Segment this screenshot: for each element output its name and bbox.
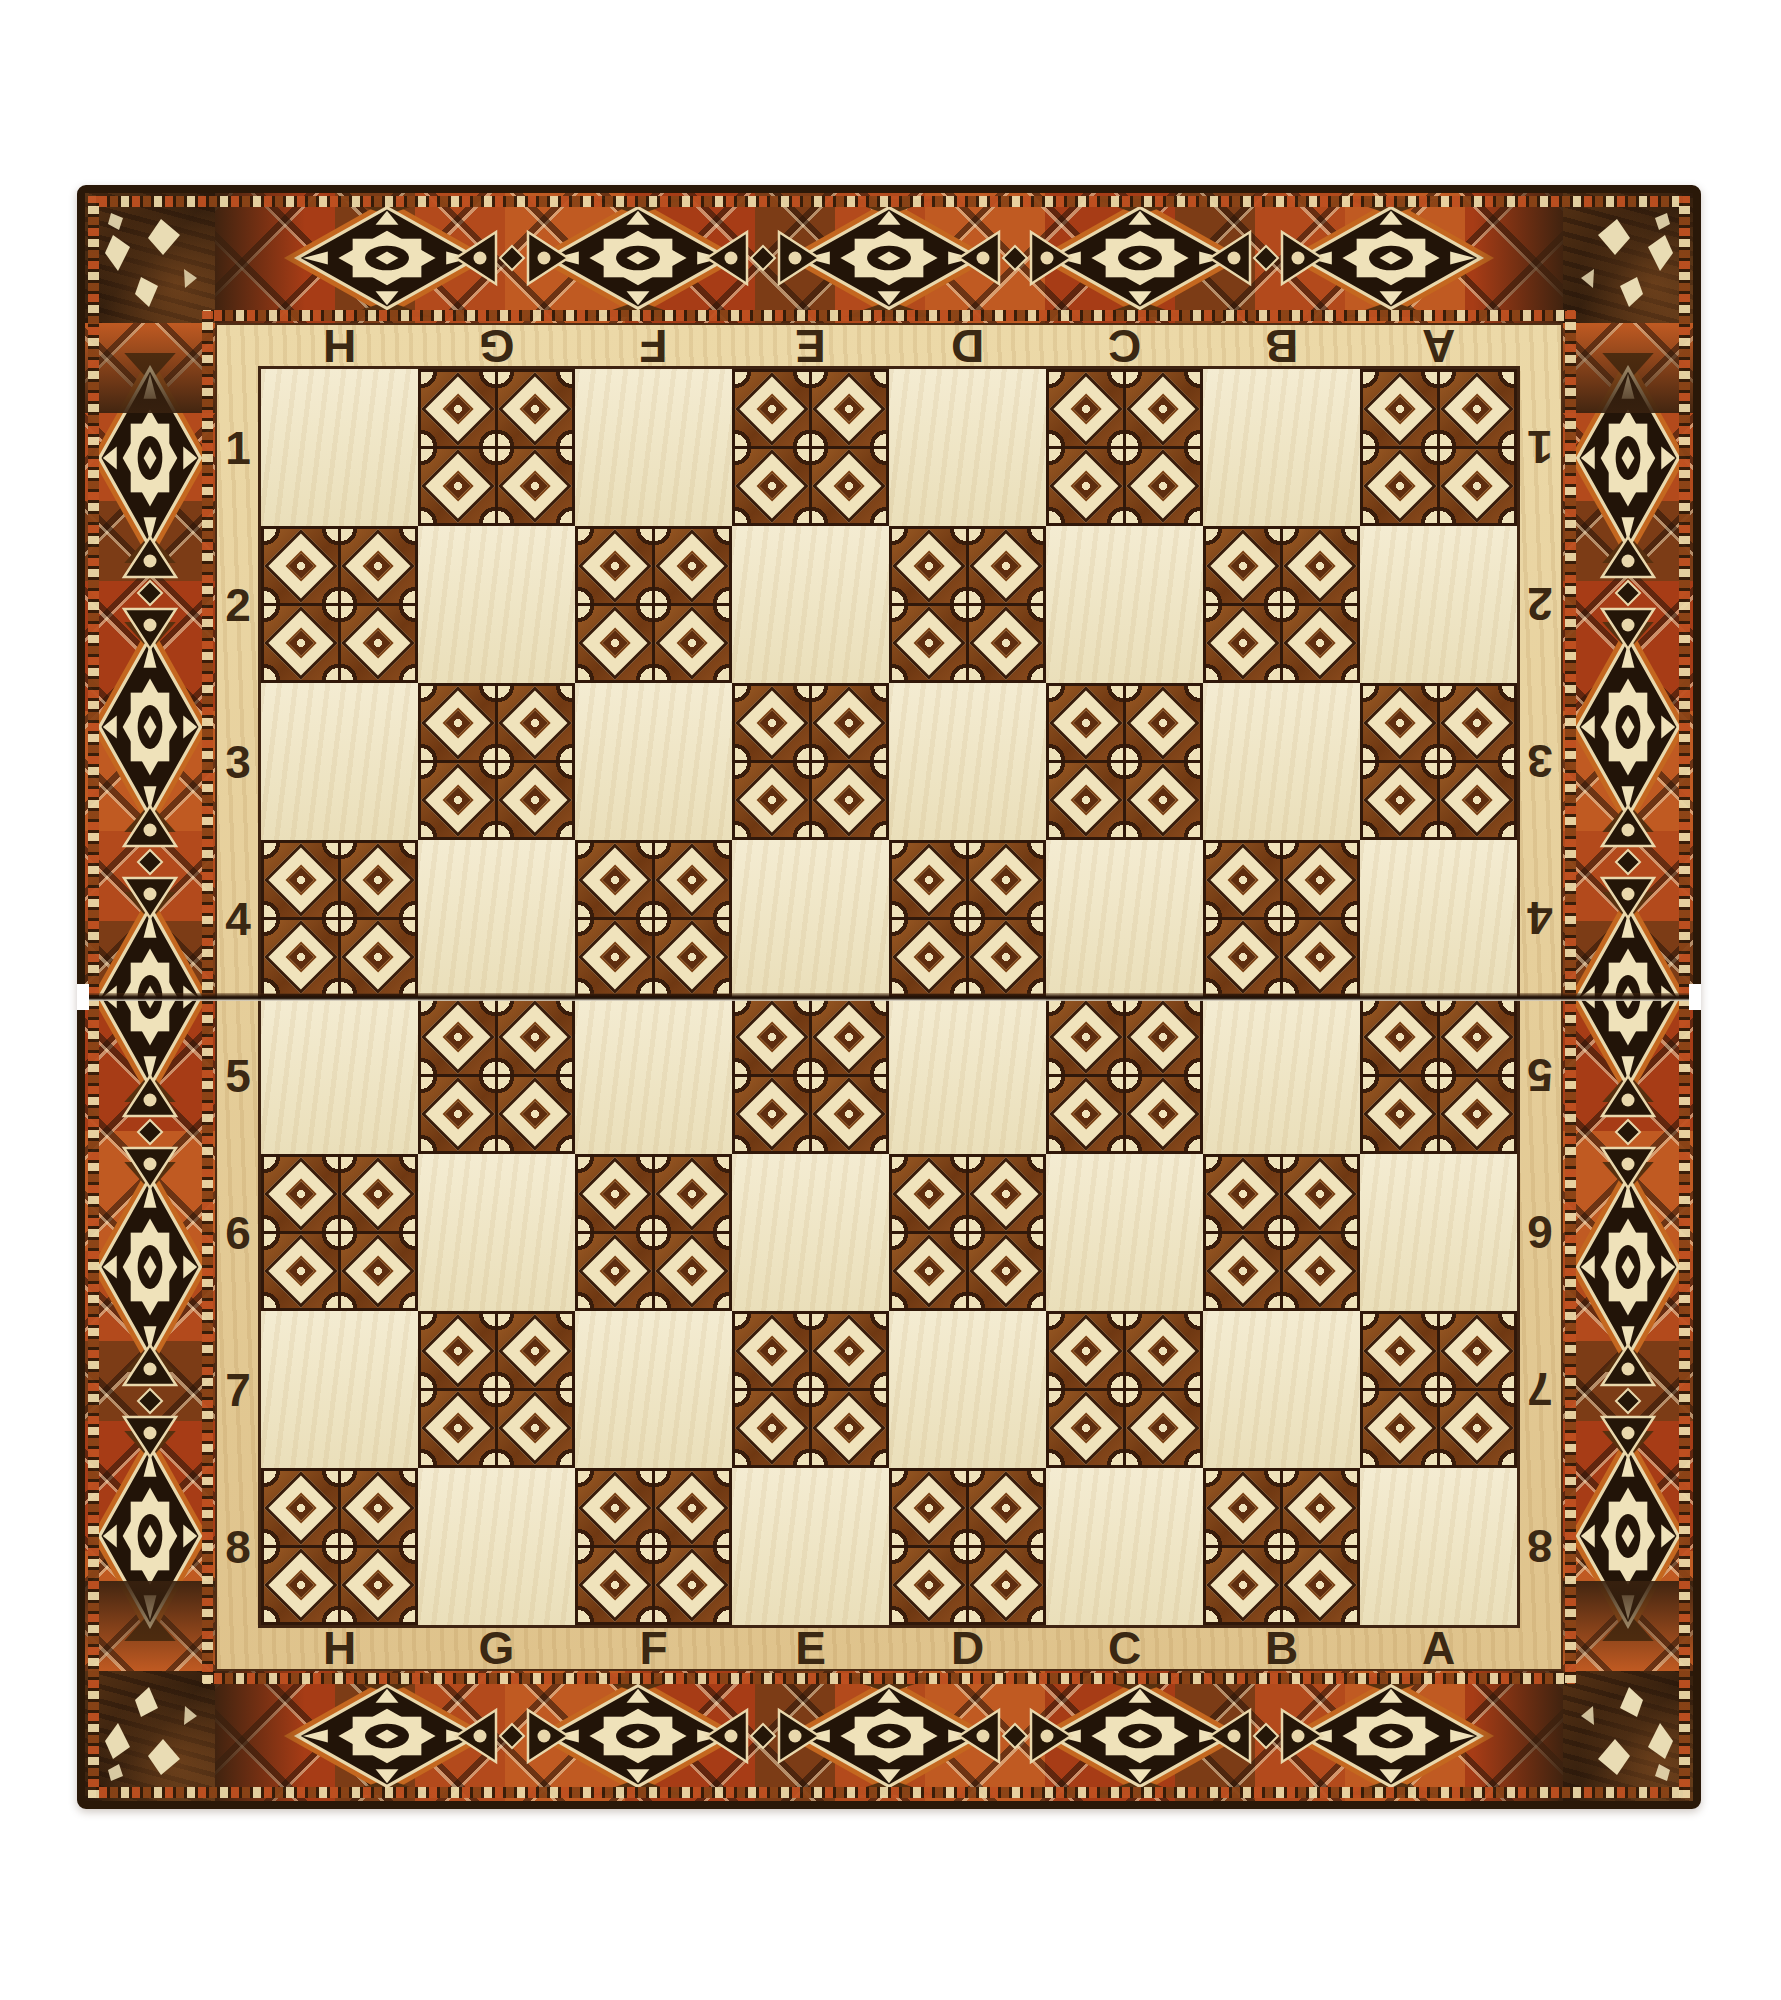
border-ruler-band [88, 196, 1690, 207]
mosaic-tile [1440, 1391, 1514, 1465]
diamond-accent [452, 223, 572, 293]
mosaic-tile [1283, 606, 1357, 680]
mosaic-tile [969, 920, 1043, 994]
mosaic-tile [1440, 1314, 1514, 1388]
square-g1[interactable] [418, 369, 575, 526]
mosaic-tile [1206, 1234, 1280, 1308]
mosaic-tile [1363, 1000, 1437, 1074]
mosaic-tile [1206, 606, 1280, 680]
mosaic-tile [421, 449, 495, 523]
fold-seam [77, 993, 1701, 1001]
mosaic-tile [892, 1471, 966, 1545]
mosaic-tile [578, 529, 652, 603]
mosaic-tile [578, 606, 652, 680]
mosaic-tile [655, 1234, 729, 1308]
square-d2[interactable] [889, 526, 1046, 683]
rank-label-right-1: 1 [1517, 369, 1563, 526]
mosaic-tile [812, 1314, 886, 1388]
mosaic-tile [1206, 843, 1280, 917]
mosaic-tile [1049, 1000, 1123, 1074]
mosaic-tile [969, 843, 1043, 917]
page: HGFEDCBA HGFEDCBA 12345678 12345678 [0, 0, 1781, 2000]
square-e4[interactable] [732, 840, 889, 997]
square-c3[interactable] [1046, 683, 1203, 840]
file-label-top-a: A [1360, 323, 1517, 369]
file-label-bottom-a: A [1360, 1625, 1517, 1671]
square-c8[interactable] [1046, 1468, 1203, 1625]
mosaic-tile [1283, 1471, 1357, 1545]
mosaic-tile [1283, 1157, 1357, 1231]
mosaic-tile [1206, 920, 1280, 994]
star-medallion [1569, 622, 1687, 832]
corner-extension [85, 323, 215, 413]
rank-label-right-3: 3 [1517, 683, 1563, 840]
square-b7[interactable] [1203, 1311, 1360, 1468]
mosaic-tile [1126, 449, 1200, 523]
mosaic-border-top [85, 193, 1693, 323]
square-g7[interactable] [418, 1311, 575, 1468]
file-label-bottom-b: B [1203, 1625, 1360, 1671]
mosaic-tile [264, 843, 338, 917]
corner-extension [1473, 1671, 1563, 1801]
square-b3[interactable] [1203, 683, 1360, 840]
square-b2[interactable] [1203, 526, 1360, 683]
square-h6[interactable] [261, 1154, 418, 1311]
mosaic-tile [264, 606, 338, 680]
file-label-top-f: F [575, 323, 732, 369]
mosaic-tile [1363, 1077, 1437, 1151]
square-f8[interactable] [575, 1468, 732, 1625]
file-label-bottom-e: E [732, 1625, 889, 1671]
square-b5[interactable] [1203, 997, 1360, 1154]
mosaic-tile [1440, 372, 1514, 446]
square-e7[interactable] [732, 1311, 889, 1468]
mosaic-tile [578, 1548, 652, 1622]
mosaic-tile [1049, 1391, 1123, 1465]
mosaic-tile [1049, 1077, 1123, 1151]
file-label-top-h: H [261, 323, 418, 369]
corner-extension [1473, 193, 1563, 323]
corner-ornament-ne [1563, 193, 1693, 323]
mosaic-tile [969, 1234, 1043, 1308]
mosaic-tile [498, 1000, 572, 1074]
mosaic-tile [578, 1234, 652, 1308]
square-a1[interactable] [1360, 369, 1517, 526]
corner-ornament-se [1563, 1671, 1693, 1801]
square-d5[interactable] [889, 997, 1046, 1154]
mosaic-tile [1283, 1234, 1357, 1308]
mosaic-tile [812, 763, 886, 837]
mosaic-tile [1440, 1077, 1514, 1151]
mosaic-tile [969, 606, 1043, 680]
mosaic-tile [341, 1471, 415, 1545]
mosaic-tile [421, 1391, 495, 1465]
file-label-top-b: B [1203, 323, 1360, 369]
mosaic-tile [264, 1548, 338, 1622]
square-a8[interactable] [1360, 1468, 1517, 1625]
mosaic-tile [264, 1471, 338, 1545]
chess-board: HGFEDCBA HGFEDCBA 12345678 12345678 [77, 185, 1701, 1809]
diamond-accent [115, 802, 185, 922]
rank-label-left-6: 6 [215, 1154, 261, 1311]
mosaic-tile [969, 1157, 1043, 1231]
square-e6[interactable] [732, 1154, 889, 1311]
mosaic-tile [341, 1234, 415, 1308]
diamond-accent [1206, 223, 1326, 293]
mosaic-tile [1206, 529, 1280, 603]
mosaic-tile [1126, 1391, 1200, 1465]
square-b1[interactable] [1203, 369, 1360, 526]
rank-label-left-2: 2 [215, 526, 261, 683]
mosaic-tile [812, 686, 886, 760]
mosaic-tile [1283, 529, 1357, 603]
mosaic-tile [1440, 686, 1514, 760]
rank-label-right-2: 2 [1517, 526, 1563, 683]
file-label-bottom-d: D [889, 1625, 1046, 1671]
mosaic-tile [1049, 763, 1123, 837]
mosaic-tile [1363, 449, 1437, 523]
square-c1[interactable] [1046, 369, 1203, 526]
file-label-top-c: C [1046, 323, 1203, 369]
rank-label-left-8: 8 [215, 1468, 261, 1625]
diamond-accent [115, 533, 185, 653]
mosaic-tile [892, 606, 966, 680]
square-e3[interactable] [732, 683, 889, 840]
square-e5[interactable] [732, 997, 889, 1154]
square-d8[interactable] [889, 1468, 1046, 1625]
rank-label-right-5: 5 [1517, 997, 1563, 1154]
border-ruler-band [88, 1787, 1690, 1798]
star-medallion [91, 622, 209, 832]
corner-extension [1563, 323, 1693, 413]
file-labels-top: HGFEDCBA [261, 323, 1517, 369]
mosaic-tile [735, 1314, 809, 1388]
square-h5[interactable] [261, 997, 418, 1154]
mosaic-tile [341, 606, 415, 680]
mosaic-tile [421, 1314, 495, 1388]
file-label-top-d: D [889, 323, 1046, 369]
mosaic-tile [1283, 843, 1357, 917]
square-h3[interactable] [261, 683, 418, 840]
mosaic-tile [1283, 1548, 1357, 1622]
mosaic-tile [812, 372, 886, 446]
mosaic-tile [1440, 1000, 1514, 1074]
mosaic-tile [892, 529, 966, 603]
diamond-accent [1593, 1341, 1663, 1461]
mosaic-tile [655, 843, 729, 917]
mosaic-tile [1440, 449, 1514, 523]
mosaic-tile [264, 529, 338, 603]
square-a2[interactable] [1360, 526, 1517, 683]
mosaic-tile [1126, 372, 1200, 446]
mosaic-tile [341, 920, 415, 994]
diamond-accent [115, 1341, 185, 1461]
square-g5[interactable] [418, 997, 575, 1154]
diamond-accent [703, 223, 823, 293]
mosaic-tile [892, 920, 966, 994]
mosaic-tile [1363, 686, 1437, 760]
square-a4[interactable] [1360, 840, 1517, 997]
square-f4[interactable] [575, 840, 732, 997]
square-c7[interactable] [1046, 1311, 1203, 1468]
mosaic-tile [1049, 1314, 1123, 1388]
mosaic-tile [498, 1077, 572, 1151]
mosaic-tile [1206, 1548, 1280, 1622]
mosaic-tile [655, 1548, 729, 1622]
mosaic-tile [969, 1548, 1043, 1622]
mosaic-tile [1126, 1077, 1200, 1151]
mosaic-tile [655, 606, 729, 680]
mosaic-tile [735, 763, 809, 837]
square-a3[interactable] [1360, 683, 1517, 840]
square-b6[interactable] [1203, 1154, 1360, 1311]
mosaic-tile [341, 1548, 415, 1622]
mosaic-tile [421, 372, 495, 446]
mosaic-tile [812, 1077, 886, 1151]
square-d3[interactable] [889, 683, 1046, 840]
mosaic-tile [498, 1314, 572, 1388]
hinge-notch-right [1689, 984, 1701, 1010]
diamond-accent [955, 223, 1075, 293]
square-h8[interactable] [261, 1468, 418, 1625]
mosaic-tile [421, 686, 495, 760]
rank-label-left-1: 1 [215, 369, 261, 526]
mosaic-tile [892, 843, 966, 917]
file-label-bottom-c: C [1046, 1625, 1203, 1671]
square-f5[interactable] [575, 997, 732, 1154]
mosaic-tile [812, 1000, 886, 1074]
square-f7[interactable] [575, 1311, 732, 1468]
rank-label-left-5: 5 [215, 997, 261, 1154]
mosaic-tile [892, 1548, 966, 1622]
rank-label-right-4: 4 [1517, 840, 1563, 997]
square-e2[interactable] [732, 526, 889, 683]
corner-ornament-nw [85, 193, 215, 323]
mosaic-tile [735, 449, 809, 523]
mosaic-tile [812, 1391, 886, 1465]
file-label-bottom-h: H [261, 1625, 418, 1671]
hinge-notch-left [77, 984, 89, 1010]
square-d4[interactable] [889, 840, 1046, 997]
mosaic-tile [655, 1471, 729, 1545]
mosaic-tile [498, 1391, 572, 1465]
corner-extension [85, 1581, 215, 1671]
diamond-accent [452, 1701, 572, 1771]
mosaic-tile [969, 529, 1043, 603]
diamond-accent [703, 1701, 823, 1771]
mosaic-tile [735, 372, 809, 446]
square-c6[interactable] [1046, 1154, 1203, 1311]
square-h4[interactable] [261, 840, 418, 997]
square-d6[interactable] [889, 1154, 1046, 1311]
mosaic-tile [498, 449, 572, 523]
mosaic-tile [421, 763, 495, 837]
mosaic-tile [264, 920, 338, 994]
mosaic-tile [1049, 686, 1123, 760]
diamond-accent [115, 1072, 185, 1192]
mosaic-tile [1126, 686, 1200, 760]
border-ruler-band [203, 1673, 1575, 1684]
file-labels-bottom: HGFEDCBA [261, 1625, 1517, 1671]
mosaic-tile [1049, 372, 1123, 446]
rank-label-right-7: 7 [1517, 1311, 1563, 1468]
rank-label-right-6: 6 [1517, 1154, 1563, 1311]
rank-label-left-4: 4 [215, 840, 261, 997]
file-label-bottom-g: G [418, 1625, 575, 1671]
square-g2[interactable] [418, 526, 575, 683]
square-d7[interactable] [889, 1311, 1046, 1468]
square-g6[interactable] [418, 1154, 575, 1311]
square-f1[interactable] [575, 369, 732, 526]
mosaic-tile [1206, 1157, 1280, 1231]
square-g8[interactable] [418, 1468, 575, 1625]
mosaic-tile [1363, 372, 1437, 446]
mosaic-tile [735, 1077, 809, 1151]
corner-extension [215, 1671, 305, 1801]
square-b8[interactable] [1203, 1468, 1360, 1625]
rank-label-left-7: 7 [215, 1311, 261, 1468]
mosaic-tile [264, 1157, 338, 1231]
border-ruler-band [203, 310, 1575, 321]
diamond-accent [1593, 802, 1663, 922]
square-h7[interactable] [261, 1311, 418, 1468]
mosaic-tile [735, 686, 809, 760]
mosaic-tile [498, 686, 572, 760]
square-c5[interactable] [1046, 997, 1203, 1154]
mosaic-tile [1363, 1314, 1437, 1388]
mosaic-tile [735, 1000, 809, 1074]
square-f2[interactable] [575, 526, 732, 683]
mosaic-tile [812, 449, 886, 523]
rank-label-left-3: 3 [215, 683, 261, 840]
mosaic-tile [421, 1000, 495, 1074]
corner-extension [215, 193, 305, 323]
square-g3[interactable] [418, 683, 575, 840]
mosaic-tile [969, 1471, 1043, 1545]
diamond-accent [1593, 533, 1663, 653]
square-a5[interactable] [1360, 997, 1517, 1154]
mosaic-tile [892, 1157, 966, 1231]
rank-label-right-8: 8 [1517, 1468, 1563, 1625]
mosaic-tile [498, 763, 572, 837]
square-e8[interactable] [732, 1468, 889, 1625]
mosaic-tile [1363, 763, 1437, 837]
corner-ornament-sw [85, 1671, 215, 1801]
mosaic-tile [264, 1234, 338, 1308]
mosaic-tile [1049, 449, 1123, 523]
square-d1[interactable] [889, 369, 1046, 526]
square-h1[interactable] [261, 369, 418, 526]
diamond-accent [1593, 1072, 1663, 1192]
file-label-top-e: E [732, 323, 889, 369]
mosaic-tile [655, 529, 729, 603]
corner-extension [1563, 1581, 1693, 1671]
square-f3[interactable] [575, 683, 732, 840]
mosaic-tile [578, 843, 652, 917]
mosaic-tile [1206, 1471, 1280, 1545]
mosaic-tile [341, 843, 415, 917]
mosaic-tile [892, 1234, 966, 1308]
mosaic-tile [655, 920, 729, 994]
mosaic-tile [578, 1471, 652, 1545]
square-c2[interactable] [1046, 526, 1203, 683]
mosaic-tile [1126, 763, 1200, 837]
mosaic-tile [735, 1391, 809, 1465]
file-label-top-g: G [418, 323, 575, 369]
mosaic-tile [498, 372, 572, 446]
mosaic-tile [421, 1077, 495, 1151]
mosaic-tile [1363, 1391, 1437, 1465]
mosaic-tile [1126, 1000, 1200, 1074]
mosaic-tile [578, 920, 652, 994]
diamond-accent [1206, 1701, 1326, 1771]
square-g4[interactable] [418, 840, 575, 997]
mosaic-tile [341, 1157, 415, 1231]
mosaic-tile [1126, 1314, 1200, 1388]
mosaic-tile [578, 1157, 652, 1231]
square-b4[interactable] [1203, 840, 1360, 997]
mosaic-tile [655, 1157, 729, 1231]
square-h2[interactable] [261, 526, 418, 683]
square-f6[interactable] [575, 1154, 732, 1311]
file-label-bottom-f: F [575, 1625, 732, 1671]
square-a6[interactable] [1360, 1154, 1517, 1311]
mosaic-tile [1440, 763, 1514, 837]
square-e1[interactable] [732, 369, 889, 526]
mosaic-border-bottom [85, 1671, 1693, 1801]
diamond-accent [955, 1701, 1075, 1771]
square-a7[interactable] [1360, 1311, 1517, 1468]
mosaic-tile [1283, 920, 1357, 994]
square-c4[interactable] [1046, 840, 1203, 997]
mosaic-tile [341, 529, 415, 603]
